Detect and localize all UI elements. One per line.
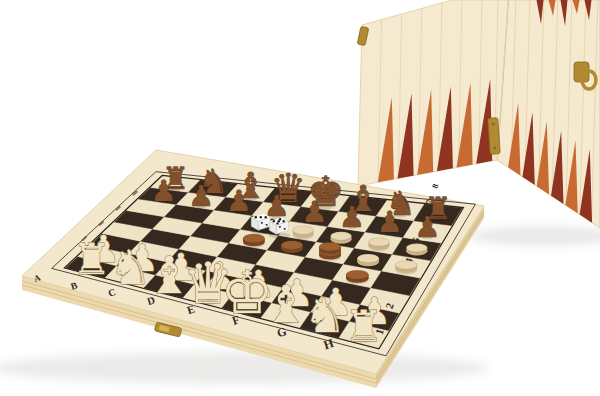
checker-disc-light-e6 xyxy=(293,226,314,239)
checker-disc-dark-e5 xyxy=(281,241,303,255)
checker-disc-dark-d5 xyxy=(243,234,265,248)
svg-text:♟: ♟ xyxy=(188,179,214,213)
piece-light-bishop-f1: ♝ xyxy=(263,274,309,334)
checker-disc-light-h5 xyxy=(395,261,417,275)
checker-disc-dark-f5 xyxy=(319,242,341,261)
piece-dark-pawn-h7: ♟ xyxy=(414,210,440,244)
checker-disc-light-h6 xyxy=(406,244,427,257)
piece-dark-pawn-e7: ♟ xyxy=(301,195,327,229)
svg-text:♟: ♟ xyxy=(377,205,403,239)
svg-text:♝: ♝ xyxy=(263,274,309,334)
svg-text:♟: ♟ xyxy=(339,200,365,234)
piece-light-rook-a1: ♜ xyxy=(72,234,111,284)
piece-dark-pawn-f7: ♟ xyxy=(339,200,365,234)
piece-dark-pawn-a7: ♟ xyxy=(151,174,177,208)
checker-disc-light-g6 xyxy=(368,238,389,251)
piece-dark-pawn-c7: ♟ xyxy=(226,184,252,218)
svg-text:♜: ♜ xyxy=(72,234,111,284)
piece-dark-pawn-b7: ♟ xyxy=(188,179,214,213)
svg-text:♟: ♟ xyxy=(301,195,327,229)
svg-text:♞: ♞ xyxy=(304,288,347,343)
svg-text:♟: ♟ xyxy=(151,174,177,208)
svg-text:♟: ♟ xyxy=(414,210,440,244)
piece-dark-pawn-g7: ♟ xyxy=(377,205,403,239)
product-photo: ABCDEFGH12345678♜♞♝♟♛♟♚♝♟♞♟♜♟♟♟♟♟♟♜♟♞♟♝♟… xyxy=(0,0,600,396)
case-floor-shadow xyxy=(470,226,600,246)
piece-light-knight-g1: ♞ xyxy=(304,288,347,343)
board-floor-shadow xyxy=(0,352,490,384)
svg-text:♜: ♜ xyxy=(344,301,383,351)
svg-text:♟: ♟ xyxy=(226,184,252,218)
game-set-scene: ABCDEFGH12345678♜♞♝♟♛♟♚♝♟♞♟♜♟♟♟♟♟♟♜♟♞♟♝♟… xyxy=(0,0,600,396)
piece-light-rook-h1: ♜ xyxy=(344,301,383,351)
rank-label-8: 8 xyxy=(430,182,441,189)
die-1 xyxy=(250,213,272,234)
die-2 xyxy=(268,217,290,238)
checker-disc-light-g5 xyxy=(357,254,379,268)
